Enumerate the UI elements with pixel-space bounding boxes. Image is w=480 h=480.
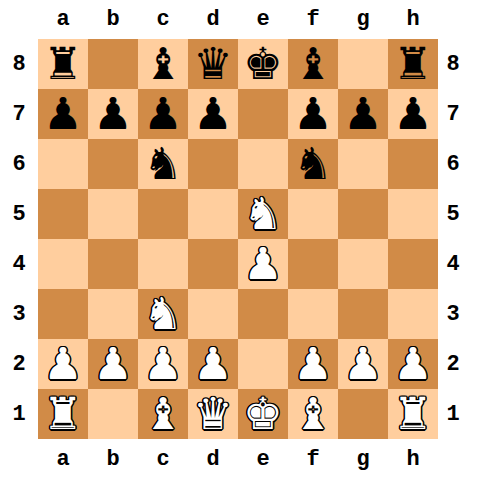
file-label-c: c bbox=[138, 439, 188, 480]
file-label-d: d bbox=[188, 0, 238, 39]
square-c4[interactable] bbox=[138, 239, 188, 289]
square-e1[interactable]: ♚ bbox=[238, 389, 288, 439]
square-d7[interactable]: ♟ bbox=[188, 89, 238, 139]
square-f5[interactable] bbox=[288, 189, 338, 239]
square-f3[interactable] bbox=[288, 289, 338, 339]
square-a2[interactable]: ♟ bbox=[38, 339, 88, 389]
file-label-e: e bbox=[238, 439, 288, 480]
rank-label-8: 8 bbox=[438, 39, 468, 89]
square-d3[interactable] bbox=[188, 289, 238, 339]
square-h5[interactable] bbox=[388, 189, 438, 239]
piece-white-pawn[interactable]: ♟ bbox=[243, 239, 282, 289]
rank-label-3: 3 bbox=[438, 289, 468, 339]
file-label-g: g bbox=[338, 439, 388, 480]
file-label-g: g bbox=[338, 0, 388, 39]
piece-black-knight[interactable]: ♞ bbox=[143, 139, 182, 189]
square-f2[interactable]: ♟ bbox=[288, 339, 338, 389]
square-h6[interactable] bbox=[388, 139, 438, 189]
square-f7[interactable]: ♟ bbox=[288, 89, 338, 139]
square-e8[interactable]: ♚ bbox=[238, 39, 288, 89]
piece-white-pawn[interactable]: ♟ bbox=[43, 339, 82, 389]
square-e4[interactable]: ♟ bbox=[238, 239, 288, 289]
chess-diagram: abcdefgh 87654321 ♜♝♛♚♝♜♟♟♟♟♟♟♟♞♞♞♟♞♟♟♟♟… bbox=[0, 0, 480, 480]
piece-black-pawn[interactable]: ♟ bbox=[393, 89, 432, 139]
rank-label-4: 4 bbox=[438, 239, 468, 289]
square-b7[interactable]: ♟ bbox=[88, 89, 138, 139]
rank-label-8: 8 bbox=[0, 39, 38, 89]
square-e3[interactable] bbox=[238, 289, 288, 339]
piece-black-rook[interactable]: ♜ bbox=[393, 39, 432, 89]
square-g3[interactable] bbox=[338, 289, 388, 339]
rank-label-1: 1 bbox=[0, 389, 38, 439]
rank-label-1: 1 bbox=[438, 389, 468, 439]
piece-black-queen[interactable]: ♛ bbox=[193, 39, 232, 89]
square-f4[interactable] bbox=[288, 239, 338, 289]
file-label-b: b bbox=[88, 0, 138, 39]
square-a7[interactable]: ♟ bbox=[38, 89, 88, 139]
square-h2[interactable]: ♟ bbox=[388, 339, 438, 389]
piece-black-bishop[interactable]: ♝ bbox=[293, 39, 332, 89]
square-h8[interactable]: ♜ bbox=[388, 39, 438, 89]
square-f8[interactable]: ♝ bbox=[288, 39, 338, 89]
square-c5[interactable] bbox=[138, 189, 188, 239]
square-d8[interactable]: ♛ bbox=[188, 39, 238, 89]
square-b5[interactable] bbox=[88, 189, 138, 239]
square-a8[interactable]: ♜ bbox=[38, 39, 88, 89]
piece-white-pawn[interactable]: ♟ bbox=[393, 339, 432, 389]
file-label-d: d bbox=[188, 439, 238, 480]
square-g4[interactable] bbox=[338, 239, 388, 289]
piece-black-rook[interactable]: ♜ bbox=[43, 39, 82, 89]
square-b2[interactable]: ♟ bbox=[88, 339, 138, 389]
square-d4[interactable] bbox=[188, 239, 238, 289]
square-c3[interactable]: ♞ bbox=[138, 289, 188, 339]
rank-label-3: 3 bbox=[0, 289, 38, 339]
file-label-a: a bbox=[38, 439, 88, 480]
rank-labels-right: 87654321 bbox=[438, 39, 468, 439]
file-label-a: a bbox=[38, 0, 88, 39]
square-a4[interactable] bbox=[38, 239, 88, 289]
file-label-e: e bbox=[238, 0, 288, 39]
piece-white-pawn[interactable]: ♟ bbox=[143, 339, 182, 389]
file-label-f: f bbox=[288, 0, 338, 39]
square-g1[interactable] bbox=[338, 389, 388, 439]
square-d6[interactable] bbox=[188, 139, 238, 189]
square-g2[interactable]: ♟ bbox=[338, 339, 388, 389]
piece-white-pawn[interactable]: ♟ bbox=[293, 339, 332, 389]
square-c1[interactable]: ♝ bbox=[138, 389, 188, 439]
piece-white-queen[interactable]: ♛ bbox=[193, 389, 232, 439]
square-a5[interactable] bbox=[38, 189, 88, 239]
file-labels-bottom: abcdefgh bbox=[38, 439, 438, 480]
square-b1[interactable] bbox=[88, 389, 138, 439]
square-a1[interactable]: ♜ bbox=[38, 389, 88, 439]
file-label-b: b bbox=[88, 439, 138, 480]
file-label-f: f bbox=[288, 439, 338, 480]
piece-white-rook[interactable]: ♜ bbox=[43, 389, 82, 439]
piece-black-pawn[interactable]: ♟ bbox=[293, 89, 332, 139]
square-h3[interactable] bbox=[388, 289, 438, 339]
square-e2[interactable] bbox=[238, 339, 288, 389]
piece-black-knight[interactable]: ♞ bbox=[293, 139, 332, 189]
file-label-h: h bbox=[388, 439, 438, 480]
piece-white-pawn[interactable]: ♟ bbox=[193, 339, 232, 389]
chess-board: ♜♝♛♚♝♜♟♟♟♟♟♟♟♞♞♞♟♞♟♟♟♟♟♟♟♜♝♛♚♝♜ bbox=[38, 39, 438, 439]
square-g7[interactable]: ♟ bbox=[338, 89, 388, 139]
piece-black-pawn[interactable]: ♟ bbox=[143, 89, 182, 139]
square-h4[interactable] bbox=[388, 239, 438, 289]
square-e6[interactable] bbox=[238, 139, 288, 189]
square-b6[interactable] bbox=[88, 139, 138, 189]
piece-black-bishop[interactable]: ♝ bbox=[143, 39, 182, 89]
file-labels-top: abcdefgh bbox=[38, 0, 438, 39]
square-e5[interactable]: ♞ bbox=[238, 189, 288, 239]
square-g8[interactable] bbox=[338, 39, 388, 89]
rank-label-2: 2 bbox=[438, 339, 468, 389]
piece-black-pawn[interactable]: ♟ bbox=[43, 89, 82, 139]
square-f1[interactable]: ♝ bbox=[288, 389, 338, 439]
piece-white-knight[interactable]: ♞ bbox=[243, 189, 282, 239]
piece-black-pawn[interactable]: ♟ bbox=[93, 89, 132, 139]
piece-white-pawn[interactable]: ♟ bbox=[343, 339, 382, 389]
square-a6[interactable] bbox=[38, 139, 88, 189]
piece-white-bishop[interactable]: ♝ bbox=[143, 389, 182, 439]
piece-black-king[interactable]: ♚ bbox=[243, 39, 282, 89]
piece-white-pawn[interactable]: ♟ bbox=[93, 339, 132, 389]
square-f6[interactable]: ♞ bbox=[288, 139, 338, 189]
square-h7[interactable]: ♟ bbox=[388, 89, 438, 139]
square-b4[interactable] bbox=[88, 239, 138, 289]
piece-black-pawn[interactable]: ♟ bbox=[193, 89, 232, 139]
rank-label-6: 6 bbox=[438, 139, 468, 189]
piece-white-rook[interactable]: ♜ bbox=[393, 389, 432, 439]
square-g6[interactable] bbox=[338, 139, 388, 189]
piece-black-pawn[interactable]: ♟ bbox=[343, 89, 382, 139]
square-d2[interactable]: ♟ bbox=[188, 339, 238, 389]
square-h1[interactable]: ♜ bbox=[388, 389, 438, 439]
square-a3[interactable] bbox=[38, 289, 88, 339]
square-c7[interactable]: ♟ bbox=[138, 89, 188, 139]
file-label-c: c bbox=[138, 0, 188, 39]
square-b8[interactable] bbox=[88, 39, 138, 89]
square-c6[interactable]: ♞ bbox=[138, 139, 188, 189]
square-d1[interactable]: ♛ bbox=[188, 389, 238, 439]
rank-label-7: 7 bbox=[438, 89, 468, 139]
piece-white-king[interactable]: ♚ bbox=[243, 389, 282, 439]
square-c8[interactable]: ♝ bbox=[138, 39, 188, 89]
square-e7[interactable] bbox=[238, 89, 288, 139]
rank-label-7: 7 bbox=[0, 89, 38, 139]
rank-label-5: 5 bbox=[0, 189, 38, 239]
piece-white-knight[interactable]: ♞ bbox=[143, 289, 182, 339]
square-b3[interactable] bbox=[88, 289, 138, 339]
rank-label-2: 2 bbox=[0, 339, 38, 389]
rank-labels-left: 87654321 bbox=[0, 39, 38, 439]
piece-white-bishop[interactable]: ♝ bbox=[293, 389, 332, 439]
square-d5[interactable] bbox=[188, 189, 238, 239]
rank-label-5: 5 bbox=[438, 189, 468, 239]
file-label-h: h bbox=[388, 0, 438, 39]
rank-label-6: 6 bbox=[0, 139, 38, 189]
square-c2[interactable]: ♟ bbox=[138, 339, 188, 389]
rank-label-4: 4 bbox=[0, 239, 38, 289]
square-g5[interactable] bbox=[338, 189, 388, 239]
